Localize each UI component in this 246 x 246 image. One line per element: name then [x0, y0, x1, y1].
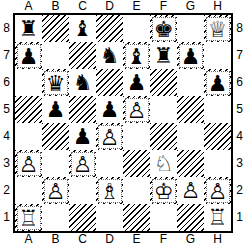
square-e2[interactable]: [123, 177, 150, 204]
file-label-bottom-d: D: [96, 233, 123, 246]
square-c3[interactable]: ♙: [69, 150, 96, 177]
piece-black-pawn: ♟: [206, 71, 230, 95]
square-e1[interactable]: [123, 204, 150, 231]
rank-label-left-8: 8: [0, 15, 13, 42]
piece-white-rook: ♖: [17, 206, 41, 230]
square-a3[interactable]: ♙: [15, 150, 42, 177]
file-label-top-b: B: [42, 0, 69, 13]
file-label-top-g: G: [177, 0, 204, 13]
square-a8[interactable]: ♜: [15, 15, 42, 42]
rank-label-left-6: 6: [0, 69, 13, 96]
piece-black-rook: ♜: [17, 17, 41, 41]
file-label-bottom-h: H: [204, 233, 231, 246]
piece-black-queen: ♛: [44, 71, 68, 95]
square-f5[interactable]: [150, 96, 177, 123]
rank-label-left-7: 7: [0, 42, 13, 69]
square-b5[interactable]: ♟: [42, 96, 69, 123]
square-h4[interactable]: [204, 123, 231, 150]
square-f8[interactable]: ♚: [150, 15, 177, 42]
piece-black-pawn: ♟: [179, 44, 203, 68]
square-c7[interactable]: [69, 42, 96, 69]
piece-white-rook: ♖: [206, 206, 230, 230]
square-d5[interactable]: ♟: [96, 96, 123, 123]
square-f1[interactable]: [150, 204, 177, 231]
square-c2[interactable]: [69, 177, 96, 204]
square-f2[interactable]: ♔: [150, 177, 177, 204]
square-g7[interactable]: ♟: [177, 42, 204, 69]
file-label-bottom-e: E: [123, 233, 150, 246]
piece-black-pawn: ♟: [71, 125, 95, 149]
square-g8[interactable]: [177, 15, 204, 42]
square-e5[interactable]: ♙: [123, 96, 150, 123]
piece-white-pawn: ♙: [44, 179, 68, 203]
square-b2[interactable]: ♙: [42, 177, 69, 204]
piece-black-pawn: ♟: [44, 98, 68, 122]
square-g1[interactable]: [177, 204, 204, 231]
square-b8[interactable]: [42, 15, 69, 42]
piece-white-knight: ♘: [152, 152, 176, 176]
square-c8[interactable]: ♝: [69, 15, 96, 42]
piece-white-bishop: ♗: [98, 179, 122, 203]
square-d6[interactable]: [96, 69, 123, 96]
square-a5[interactable]: [15, 96, 42, 123]
piece-white-pawn: ♙: [125, 98, 149, 122]
square-c4[interactable]: ♟: [69, 123, 96, 150]
file-label-top-h: H: [204, 0, 231, 13]
square-e8[interactable]: [123, 15, 150, 42]
piece-black-pawn: ♟: [98, 98, 122, 122]
square-g4[interactable]: [177, 123, 204, 150]
square-a7[interactable]: ♟: [15, 42, 42, 69]
square-a1[interactable]: ♖: [15, 204, 42, 231]
square-d3[interactable]: [96, 150, 123, 177]
rank-label-right-4: 4: [233, 123, 246, 150]
square-b1[interactable]: [42, 204, 69, 231]
file-label-top-f: F: [150, 0, 177, 13]
square-h6[interactable]: ♟: [204, 69, 231, 96]
rank-label-right-8: 8: [233, 15, 246, 42]
square-g3[interactable]: [177, 150, 204, 177]
rank-label-right-3: 3: [233, 150, 246, 177]
square-h3[interactable]: [204, 150, 231, 177]
file-label-bottom-a: A: [15, 233, 42, 246]
file-label-bottom-f: F: [150, 233, 177, 246]
file-label-bottom-g: G: [177, 233, 204, 246]
piece-black-knight: ♞: [98, 44, 122, 68]
square-c6[interactable]: ♞: [69, 69, 96, 96]
piece-black-knight: ♞: [71, 71, 95, 95]
square-d2[interactable]: ♗: [96, 177, 123, 204]
square-e3[interactable]: [123, 150, 150, 177]
piece-black-rook: ♜: [152, 44, 176, 68]
square-d8[interactable]: [96, 15, 123, 42]
rank-label-right-7: 7: [233, 42, 246, 69]
square-a4[interactable]: [15, 123, 42, 150]
square-a6[interactable]: [15, 69, 42, 96]
square-g5[interactable]: [177, 96, 204, 123]
piece-white-pawn: ♙: [206, 179, 230, 203]
square-e7[interactable]: ♝: [123, 42, 150, 69]
chess-board: ♜♝♚♕♟♞♝♜♟♛♞♟♟♟♟♙♟♙♙♙♘♙♗♔♙♙♖♖: [13, 13, 233, 233]
piece-black-bishop: ♝: [71, 17, 95, 41]
piece-black-pawn: ♟: [125, 71, 149, 95]
square-d1[interactable]: [96, 204, 123, 231]
square-d4[interactable]: ♙: [96, 123, 123, 150]
piece-black-bishop: ♝: [125, 44, 149, 68]
rank-label-left-1: 1: [0, 204, 13, 231]
piece-white-pawn: ♙: [179, 179, 203, 203]
square-b4[interactable]: [42, 123, 69, 150]
rank-label-right-1: 1: [233, 204, 246, 231]
piece-black-pawn: ♟: [17, 44, 41, 68]
square-h8[interactable]: ♕: [204, 15, 231, 42]
square-f7[interactable]: ♜: [150, 42, 177, 69]
file-label-top-e: E: [123, 0, 150, 13]
square-a2[interactable]: [15, 177, 42, 204]
square-d7[interactable]: ♞: [96, 42, 123, 69]
rank-label-left-2: 2: [0, 177, 13, 204]
square-g2[interactable]: ♙: [177, 177, 204, 204]
rank-label-left-4: 4: [0, 123, 13, 150]
square-c1[interactable]: [69, 204, 96, 231]
square-b7[interactable]: [42, 42, 69, 69]
piece-white-pawn: ♙: [98, 125, 122, 149]
piece-black-king: ♚: [152, 17, 176, 41]
rank-label-left-3: 3: [0, 150, 13, 177]
rank-labels-left: 87654321: [0, 15, 13, 231]
square-h2[interactable]: ♙: [204, 177, 231, 204]
square-h7[interactable]: [204, 42, 231, 69]
file-label-top-d: D: [96, 0, 123, 13]
piece-white-king: ♔: [152, 179, 176, 203]
rank-label-right-5: 5: [233, 96, 246, 123]
file-label-bottom-b: B: [42, 233, 69, 246]
file-label-bottom-c: C: [69, 233, 96, 246]
rank-label-left-5: 5: [0, 96, 13, 123]
square-e4[interactable]: [123, 123, 150, 150]
rank-labels-right: 87654321: [233, 15, 246, 231]
rank-label-right-2: 2: [233, 177, 246, 204]
file-label-top-c: C: [69, 0, 96, 13]
square-b3[interactable]: [42, 150, 69, 177]
square-h1[interactable]: ♖: [204, 204, 231, 231]
square-h5[interactable]: [204, 96, 231, 123]
chess-diagram: ABCDEFGH 87654321 87654321 ABCDEFGH ♜♝♚♕…: [0, 0, 246, 246]
piece-white-queen: ♕: [206, 17, 230, 41]
square-f3[interactable]: ♘: [150, 150, 177, 177]
square-f4[interactable]: [150, 123, 177, 150]
rank-label-right-6: 6: [233, 69, 246, 96]
square-b6[interactable]: ♛: [42, 69, 69, 96]
piece-white-pawn: ♙: [71, 152, 95, 176]
square-e6[interactable]: ♟: [123, 69, 150, 96]
square-c5[interactable]: [69, 96, 96, 123]
piece-white-pawn: ♙: [17, 152, 41, 176]
file-labels-top: ABCDEFGH: [15, 0, 231, 13]
file-label-top-a: A: [15, 0, 42, 13]
square-f6[interactable]: [150, 69, 177, 96]
square-g6[interactable]: [177, 69, 204, 96]
file-labels-bottom: ABCDEFGH: [15, 233, 231, 246]
